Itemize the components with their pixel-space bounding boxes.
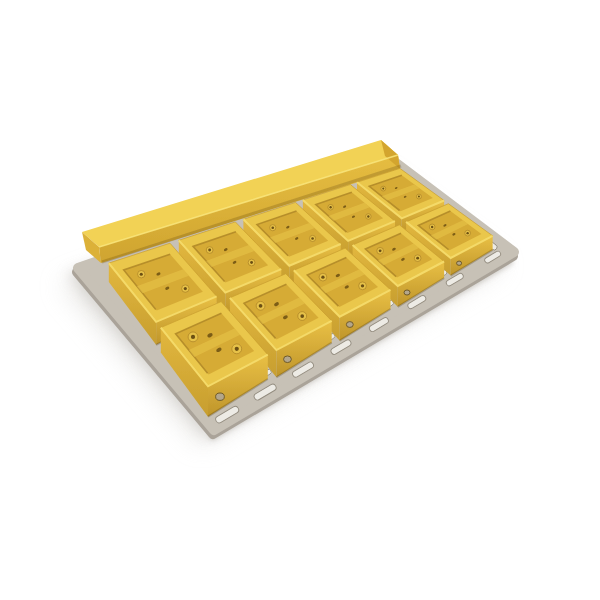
box-front-hole	[346, 322, 353, 328]
box-boss-hole	[184, 287, 187, 290]
product-photo	[0, 0, 600, 600]
box-boss-hole	[140, 273, 143, 276]
box-boss-hole	[379, 249, 382, 252]
box-front-hole	[216, 393, 225, 400]
box-front-hole	[284, 356, 292, 363]
box-boss-hole	[466, 232, 468, 234]
box-boss-hole	[367, 215, 369, 217]
box-boss-hole	[431, 226, 433, 228]
box-boss-hole	[321, 275, 324, 278]
box-boss-hole	[250, 261, 253, 264]
box-boss-hole	[191, 335, 195, 339]
box-boss-hole	[271, 226, 274, 229]
box-boss-hole	[382, 188, 384, 190]
box-front-hole	[457, 261, 462, 265]
box-front-hole	[404, 290, 410, 295]
box-boss-hole	[418, 196, 420, 198]
box-boss-hole	[259, 304, 263, 308]
box-boss-hole	[361, 284, 364, 287]
box-boss-hole	[235, 347, 239, 351]
box-boss-hole	[208, 249, 211, 252]
box-boss-hole	[311, 237, 314, 240]
box-boss-hole	[329, 206, 331, 208]
box-boss-hole	[300, 314, 304, 318]
box-boss-hole	[416, 257, 419, 260]
